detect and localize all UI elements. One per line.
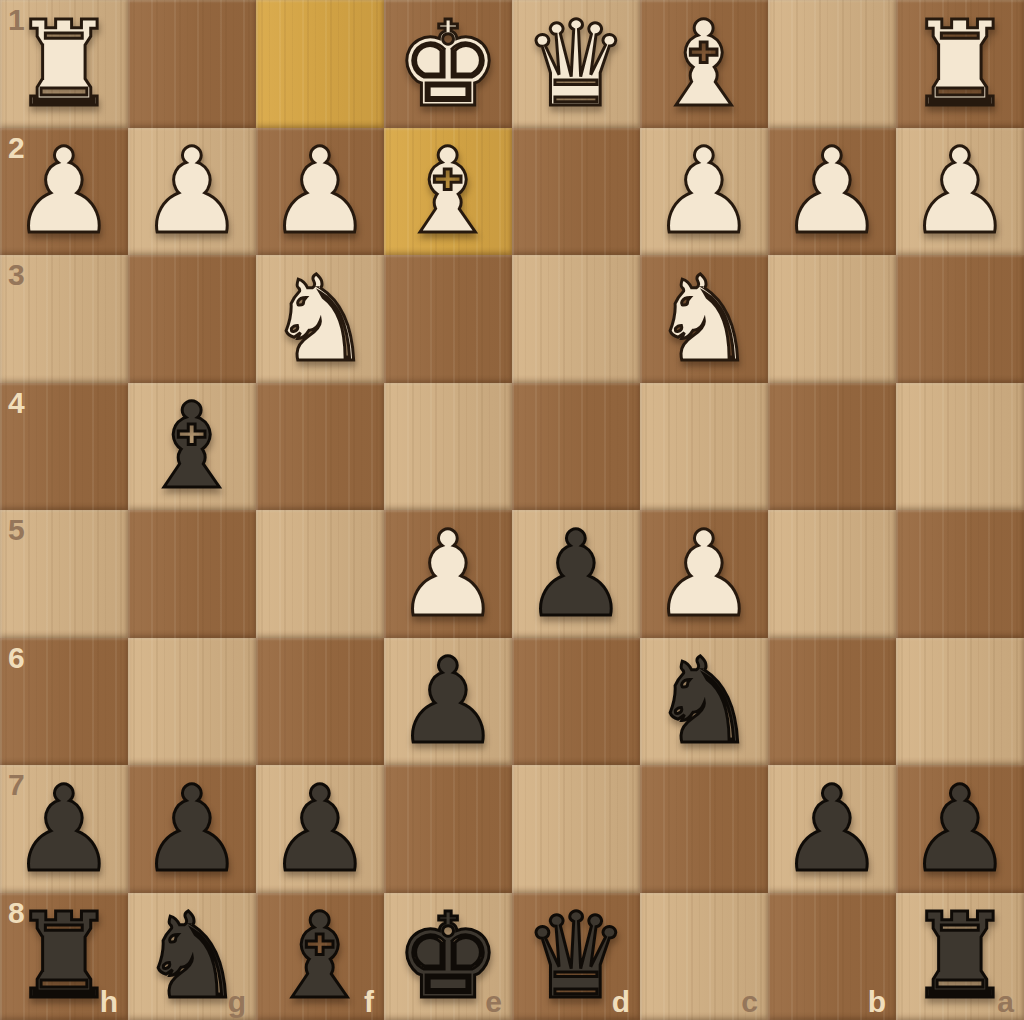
white-knight[interactable]: ♞: [651, 260, 757, 378]
square-e8[interactable]: ♚e: [384, 893, 512, 1020]
white-rook[interactable]: ♜: [11, 5, 117, 123]
black-bishop[interactable]: ♝: [267, 897, 373, 1015]
white-pawn[interactable]: ♟: [139, 132, 245, 250]
square-g6[interactable]: [128, 638, 256, 766]
square-h3[interactable]: 3: [0, 255, 128, 383]
square-f3[interactable]: ♞: [256, 255, 384, 383]
square-g5[interactable]: [128, 510, 256, 638]
white-knight[interactable]: ♞: [267, 260, 373, 378]
square-c4[interactable]: [640, 383, 768, 511]
white-pawn[interactable]: ♟: [651, 515, 757, 633]
white-pawn[interactable]: ♟: [779, 132, 885, 250]
white-queen[interactable]: ♛: [523, 5, 629, 123]
white-pawn[interactable]: ♟: [651, 132, 757, 250]
square-h5[interactable]: 5: [0, 510, 128, 638]
square-d2[interactable]: [512, 128, 640, 256]
square-b3[interactable]: [768, 255, 896, 383]
file-label-f: f: [364, 987, 374, 1017]
square-e4[interactable]: [384, 383, 512, 511]
white-bishop[interactable]: ♝: [395, 132, 501, 250]
rank-label-4: 4: [8, 388, 25, 418]
white-pawn[interactable]: ♟: [11, 132, 117, 250]
black-pawn[interactable]: ♟: [11, 770, 117, 888]
square-g8[interactable]: ♞g: [128, 893, 256, 1020]
square-g7[interactable]: ♟: [128, 765, 256, 893]
square-b2[interactable]: ♟: [768, 128, 896, 256]
rank-label-7: 7: [8, 770, 25, 800]
square-e6[interactable]: ♟: [384, 638, 512, 766]
square-b1[interactable]: [768, 0, 896, 128]
square-e5[interactable]: ♟: [384, 510, 512, 638]
square-h1[interactable]: ♜1: [0, 0, 128, 128]
square-f2[interactable]: ♟: [256, 128, 384, 256]
black-pawn[interactable]: ♟: [779, 770, 885, 888]
square-a6[interactable]: [896, 638, 1024, 766]
rank-label-5: 5: [8, 515, 25, 545]
square-h7[interactable]: ♟7: [0, 765, 128, 893]
square-e7[interactable]: [384, 765, 512, 893]
square-h4[interactable]: 4: [0, 383, 128, 511]
square-c7[interactable]: [640, 765, 768, 893]
rank-label-1: 1: [8, 5, 25, 35]
square-g4[interactable]: ♝: [128, 383, 256, 511]
square-f5[interactable]: [256, 510, 384, 638]
square-c6[interactable]: ♞: [640, 638, 768, 766]
square-b8[interactable]: b: [768, 893, 896, 1020]
square-g1[interactable]: [128, 0, 256, 128]
file-label-c: c: [741, 987, 758, 1017]
square-a4[interactable]: [896, 383, 1024, 511]
file-label-e: e: [485, 987, 502, 1017]
white-bishop[interactable]: ♝: [651, 5, 757, 123]
chess-board: ♜1♚♛♝♜♟2♟♟♝♟♟♟3♞♞4♝5♟♟♟6♟♞♟7♟♟♟♟♜8h♞g♝f♚…: [0, 0, 1024, 1020]
white-pawn[interactable]: ♟: [395, 515, 501, 633]
square-e2[interactable]: ♝: [384, 128, 512, 256]
square-b5[interactable]: [768, 510, 896, 638]
square-b6[interactable]: [768, 638, 896, 766]
square-b4[interactable]: [768, 383, 896, 511]
file-label-g: g: [228, 987, 246, 1017]
file-label-d: d: [612, 987, 630, 1017]
square-f8[interactable]: ♝f: [256, 893, 384, 1020]
square-c2[interactable]: ♟: [640, 128, 768, 256]
square-a2[interactable]: ♟: [896, 128, 1024, 256]
square-a1[interactable]: ♜: [896, 0, 1024, 128]
square-c8[interactable]: c: [640, 893, 768, 1020]
square-a8[interactable]: ♜a: [896, 893, 1024, 1020]
square-d8[interactable]: ♛d: [512, 893, 640, 1020]
square-e1[interactable]: ♚: [384, 0, 512, 128]
square-h6[interactable]: 6: [0, 638, 128, 766]
black-pawn[interactable]: ♟: [523, 515, 629, 633]
square-h2[interactable]: ♟2: [0, 128, 128, 256]
black-bishop[interactable]: ♝: [139, 387, 245, 505]
white-pawn[interactable]: ♟: [907, 132, 1013, 250]
black-pawn[interactable]: ♟: [907, 770, 1013, 888]
rank-label-2: 2: [8, 133, 25, 163]
black-pawn[interactable]: ♟: [267, 770, 373, 888]
square-d1[interactable]: ♛: [512, 0, 640, 128]
rank-label-8: 8: [8, 898, 25, 928]
square-g2[interactable]: ♟: [128, 128, 256, 256]
square-a5[interactable]: [896, 510, 1024, 638]
file-label-h: h: [100, 987, 118, 1017]
square-a3[interactable]: [896, 255, 1024, 383]
square-c1[interactable]: ♝: [640, 0, 768, 128]
square-e3[interactable]: [384, 255, 512, 383]
square-d4[interactable]: [512, 383, 640, 511]
black-pawn[interactable]: ♟: [395, 642, 501, 760]
square-g3[interactable]: [128, 255, 256, 383]
square-f7[interactable]: ♟: [256, 765, 384, 893]
black-pawn[interactable]: ♟: [139, 770, 245, 888]
square-f1[interactable]: [256, 0, 384, 128]
white-rook[interactable]: ♜: [907, 5, 1013, 123]
square-h8[interactable]: ♜8h: [0, 893, 128, 1020]
file-label-a: a: [997, 987, 1014, 1017]
white-pawn[interactable]: ♟: [267, 132, 373, 250]
black-knight[interactable]: ♞: [651, 642, 757, 760]
white-king[interactable]: ♚: [395, 5, 501, 123]
square-c3[interactable]: ♞: [640, 255, 768, 383]
square-b7[interactable]: ♟: [768, 765, 896, 893]
square-a7[interactable]: ♟: [896, 765, 1024, 893]
square-d7[interactable]: [512, 765, 640, 893]
square-c5[interactable]: ♟: [640, 510, 768, 638]
rank-label-6: 6: [8, 643, 25, 673]
square-f4[interactable]: [256, 383, 384, 511]
square-d5[interactable]: ♟: [512, 510, 640, 638]
square-d3[interactable]: [512, 255, 640, 383]
rank-label-3: 3: [8, 260, 25, 290]
square-f6[interactable]: [256, 638, 384, 766]
square-d6[interactable]: [512, 638, 640, 766]
file-label-b: b: [868, 987, 886, 1017]
